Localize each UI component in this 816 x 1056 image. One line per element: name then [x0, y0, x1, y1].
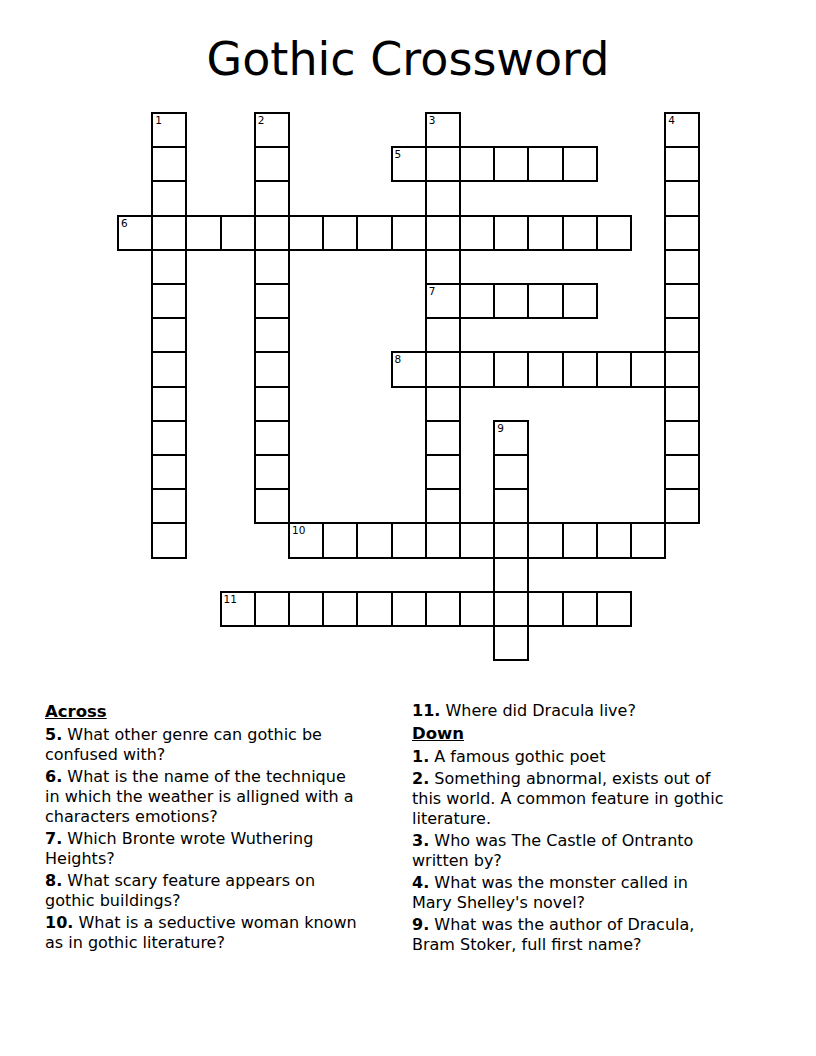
grid-cell[interactable]	[664, 180, 700, 216]
across-heading: Across	[45, 701, 407, 722]
grid-cell[interactable]	[425, 249, 461, 285]
page-title: Gothic Crossword	[0, 34, 816, 84]
grid-cell[interactable]	[356, 591, 392, 627]
cell-number: 2	[258, 115, 265, 126]
clue-number: 1.	[412, 747, 429, 766]
grid-cell[interactable]	[151, 317, 187, 353]
cell-number: 6	[121, 218, 128, 229]
grid-cell[interactable]	[151, 283, 187, 319]
grid-cell[interactable]	[664, 488, 700, 524]
clue-number: 8.	[45, 871, 62, 890]
grid-cell[interactable]	[630, 351, 666, 387]
grid-cell[interactable]	[425, 420, 461, 456]
grid-cell[interactable]	[493, 283, 529, 319]
crossword-grid: 1237456891011	[117, 112, 700, 661]
grid-cell[interactable]	[425, 317, 461, 353]
grid-cell[interactable]	[254, 180, 290, 216]
clue-down-3: 3. Who was The Castle of Ontranto writte…	[412, 831, 808, 871]
clue-down-9: 9. What was the author of Dracula, Bram …	[412, 915, 808, 955]
grid-cell[interactable]	[322, 215, 358, 251]
grid-cell[interactable]	[562, 591, 598, 627]
grid-cell[interactable]	[459, 215, 495, 251]
clue-text: Something abnormal, exists out of this w…	[412, 769, 723, 828]
grid-cell[interactable]	[562, 351, 598, 387]
grid-cell[interactable]	[664, 249, 700, 285]
grid-cell[interactable]	[391, 522, 427, 558]
grid-cell[interactable]	[425, 591, 461, 627]
grid-cell[interactable]	[664, 317, 700, 353]
grid-cell[interactable]: 5	[391, 146, 427, 182]
cell-number: 10	[292, 525, 305, 536]
clue-across-5: 5. What other genre can gothic be confus…	[45, 725, 407, 765]
grid-cell[interactable]	[425, 180, 461, 216]
grid-cell[interactable]	[493, 351, 529, 387]
clue-number: 3.	[412, 831, 429, 850]
grid-cell[interactable]	[664, 146, 700, 182]
grid-cell[interactable]	[527, 351, 563, 387]
grid-cell[interactable]: 6	[117, 215, 153, 251]
clue-across-6: 6. What is the name of the technique in …	[45, 767, 407, 827]
clue-text: What scary feature appears on gothic bui…	[45, 871, 315, 910]
clue-number: 10.	[45, 913, 73, 932]
grid-cell[interactable]	[254, 351, 290, 387]
grid-cell[interactable]	[493, 591, 529, 627]
grid-cell[interactable]	[596, 522, 632, 558]
grid-cell[interactable]: 10	[288, 522, 324, 558]
grid-cell[interactable]	[493, 146, 529, 182]
clue-text: What was the author of Dracula, Bram Sto…	[412, 915, 694, 954]
grid-cell[interactable]	[425, 386, 461, 422]
clue-text: What is a seductive woman known as in go…	[45, 913, 357, 952]
clue-down-4: 4. What was the monster called in Mary S…	[412, 873, 808, 913]
cell-number: 9	[497, 423, 504, 434]
clues-left-column: Across 5. What other genre can gothic be…	[45, 701, 407, 955]
cell-number: 1	[155, 115, 162, 126]
grid-cell[interactable]	[493, 625, 529, 661]
grid-cell[interactable]	[322, 591, 358, 627]
grid-cell[interactable]	[288, 215, 324, 251]
grid-cell[interactable]	[151, 351, 187, 387]
clue-text: Which Bronte wrote Wuthering Heights?	[45, 829, 313, 868]
grid-cell[interactable]	[356, 215, 392, 251]
clue-number: 11.	[412, 701, 440, 720]
grid-cell[interactable]	[459, 522, 495, 558]
grid-cell[interactable]	[493, 454, 529, 490]
grid-cell[interactable]	[562, 283, 598, 319]
grid-cell[interactable]	[356, 522, 392, 558]
grid-cell[interactable]	[596, 215, 632, 251]
down-heading: Down	[412, 723, 808, 744]
grid-cell[interactable]	[425, 351, 461, 387]
clue-text: A famous gothic poet	[429, 747, 605, 766]
grid-cell[interactable]	[288, 591, 324, 627]
grid-cell[interactable]	[151, 420, 187, 456]
grid-cell[interactable]	[254, 454, 290, 490]
grid-cell[interactable]	[254, 215, 290, 251]
grid-cell[interactable]	[493, 488, 529, 524]
grid-cell[interactable]	[493, 522, 529, 558]
cell-number: 7	[429, 286, 436, 297]
grid-cell[interactable]	[562, 146, 598, 182]
grid-cell[interactable]	[254, 249, 290, 285]
grid-cell[interactable]	[664, 420, 700, 456]
grid-cell[interactable]	[596, 351, 632, 387]
grid-cell[interactable]: 8	[391, 351, 427, 387]
grid-cell[interactable]	[254, 386, 290, 422]
cell-number: 11	[224, 594, 237, 605]
grid-cell[interactable]	[391, 215, 427, 251]
grid-cell[interactable]	[527, 522, 563, 558]
grid-cell[interactable]: 4	[664, 112, 700, 148]
grid-cell[interactable]	[151, 249, 187, 285]
grid-cell[interactable]	[425, 146, 461, 182]
grid-cell[interactable]	[391, 591, 427, 627]
grid-cell[interactable]	[596, 591, 632, 627]
grid-cell[interactable]	[254, 488, 290, 524]
grid-cell[interactable]	[254, 420, 290, 456]
clue-number: 9.	[412, 915, 429, 934]
grid-cell[interactable]: 9	[493, 420, 529, 456]
grid-cell[interactable]	[151, 522, 187, 558]
grid-cell[interactable]	[151, 488, 187, 524]
grid-cell[interactable]	[664, 283, 700, 319]
grid-cell[interactable]	[527, 215, 563, 251]
cell-number: 8	[395, 354, 402, 365]
grid-cell[interactable]	[562, 215, 598, 251]
clue-text: What was the monster called in Mary Shel…	[412, 873, 688, 912]
grid-cell[interactable]	[185, 215, 221, 251]
grid-cell[interactable]	[562, 522, 598, 558]
clue-down-1: 1. A famous gothic poet	[412, 747, 808, 767]
grid-cell[interactable]	[493, 215, 529, 251]
grid-cell[interactable]	[425, 488, 461, 524]
grid-cell[interactable]	[664, 215, 700, 251]
grid-cell[interactable]	[527, 283, 563, 319]
grid-cell[interactable]	[220, 215, 256, 251]
grid-cell[interactable]	[151, 146, 187, 182]
clue-text: Who was The Castle of Ontranto written b…	[412, 831, 693, 870]
grid-cell[interactable]: 2	[254, 112, 290, 148]
grid-cell[interactable]: 11	[220, 591, 256, 627]
grid-cell[interactable]	[664, 386, 700, 422]
grid-cell[interactable]	[459, 351, 495, 387]
clue-number: 5.	[45, 725, 62, 744]
grid-cell[interactable]	[151, 386, 187, 422]
grid-cell[interactable]	[527, 591, 563, 627]
clue-across-7: 7. Which Bronte wrote Wuthering Heights?	[45, 829, 407, 869]
grid-cell[interactable]: 3	[425, 112, 461, 148]
grid-cell[interactable]	[425, 522, 461, 558]
grid-cell[interactable]	[254, 317, 290, 353]
grid-cell[interactable]	[151, 454, 187, 490]
grid-cell[interactable]	[630, 522, 666, 558]
grid-cell[interactable]	[664, 351, 700, 387]
cell-number: 5	[395, 149, 402, 160]
grid-cell[interactable]	[425, 215, 461, 251]
clue-number: 6.	[45, 767, 62, 786]
grid-cell[interactable]	[664, 454, 700, 490]
clue-text: What other genre can gothic be confused …	[45, 725, 322, 764]
clue-text: Where did Dracula live?	[440, 701, 636, 720]
grid-cell[interactable]	[459, 591, 495, 627]
grid-cell[interactable]	[459, 146, 495, 182]
clue-text: What is the name of the technique in whi…	[45, 767, 354, 826]
grid-cell[interactable]	[322, 522, 358, 558]
grid-cell[interactable]	[151, 180, 187, 216]
clue-across-10: 10. What is a seductive woman known as i…	[45, 913, 407, 953]
clue-across-8: 8. What scary feature appears on gothic …	[45, 871, 407, 911]
grid-cell[interactable]	[459, 283, 495, 319]
grid-cell[interactable]	[254, 591, 290, 627]
clue-number: 4.	[412, 873, 429, 892]
cell-number: 3	[429, 115, 436, 126]
grid-cell[interactable]	[527, 146, 563, 182]
grid-cell[interactable]: 1	[151, 112, 187, 148]
cell-number: 4	[668, 115, 675, 126]
grid-cell[interactable]	[254, 146, 290, 182]
clue-number: 2.	[412, 769, 429, 788]
grid-cell[interactable]	[425, 454, 461, 490]
clue-across-11: 11. Where did Dracula live?	[412, 701, 808, 721]
grid-cell[interactable]: 7	[425, 283, 461, 319]
clues-right-column: 11. Where did Dracula live?Down 1. A fam…	[412, 701, 808, 957]
grid-cell[interactable]	[151, 215, 187, 251]
grid-cell[interactable]	[254, 283, 290, 319]
grid-cell[interactable]	[493, 557, 529, 593]
clue-down-2: 2. Something abnormal, exists out of thi…	[412, 769, 808, 829]
clue-number: 7.	[45, 829, 62, 848]
